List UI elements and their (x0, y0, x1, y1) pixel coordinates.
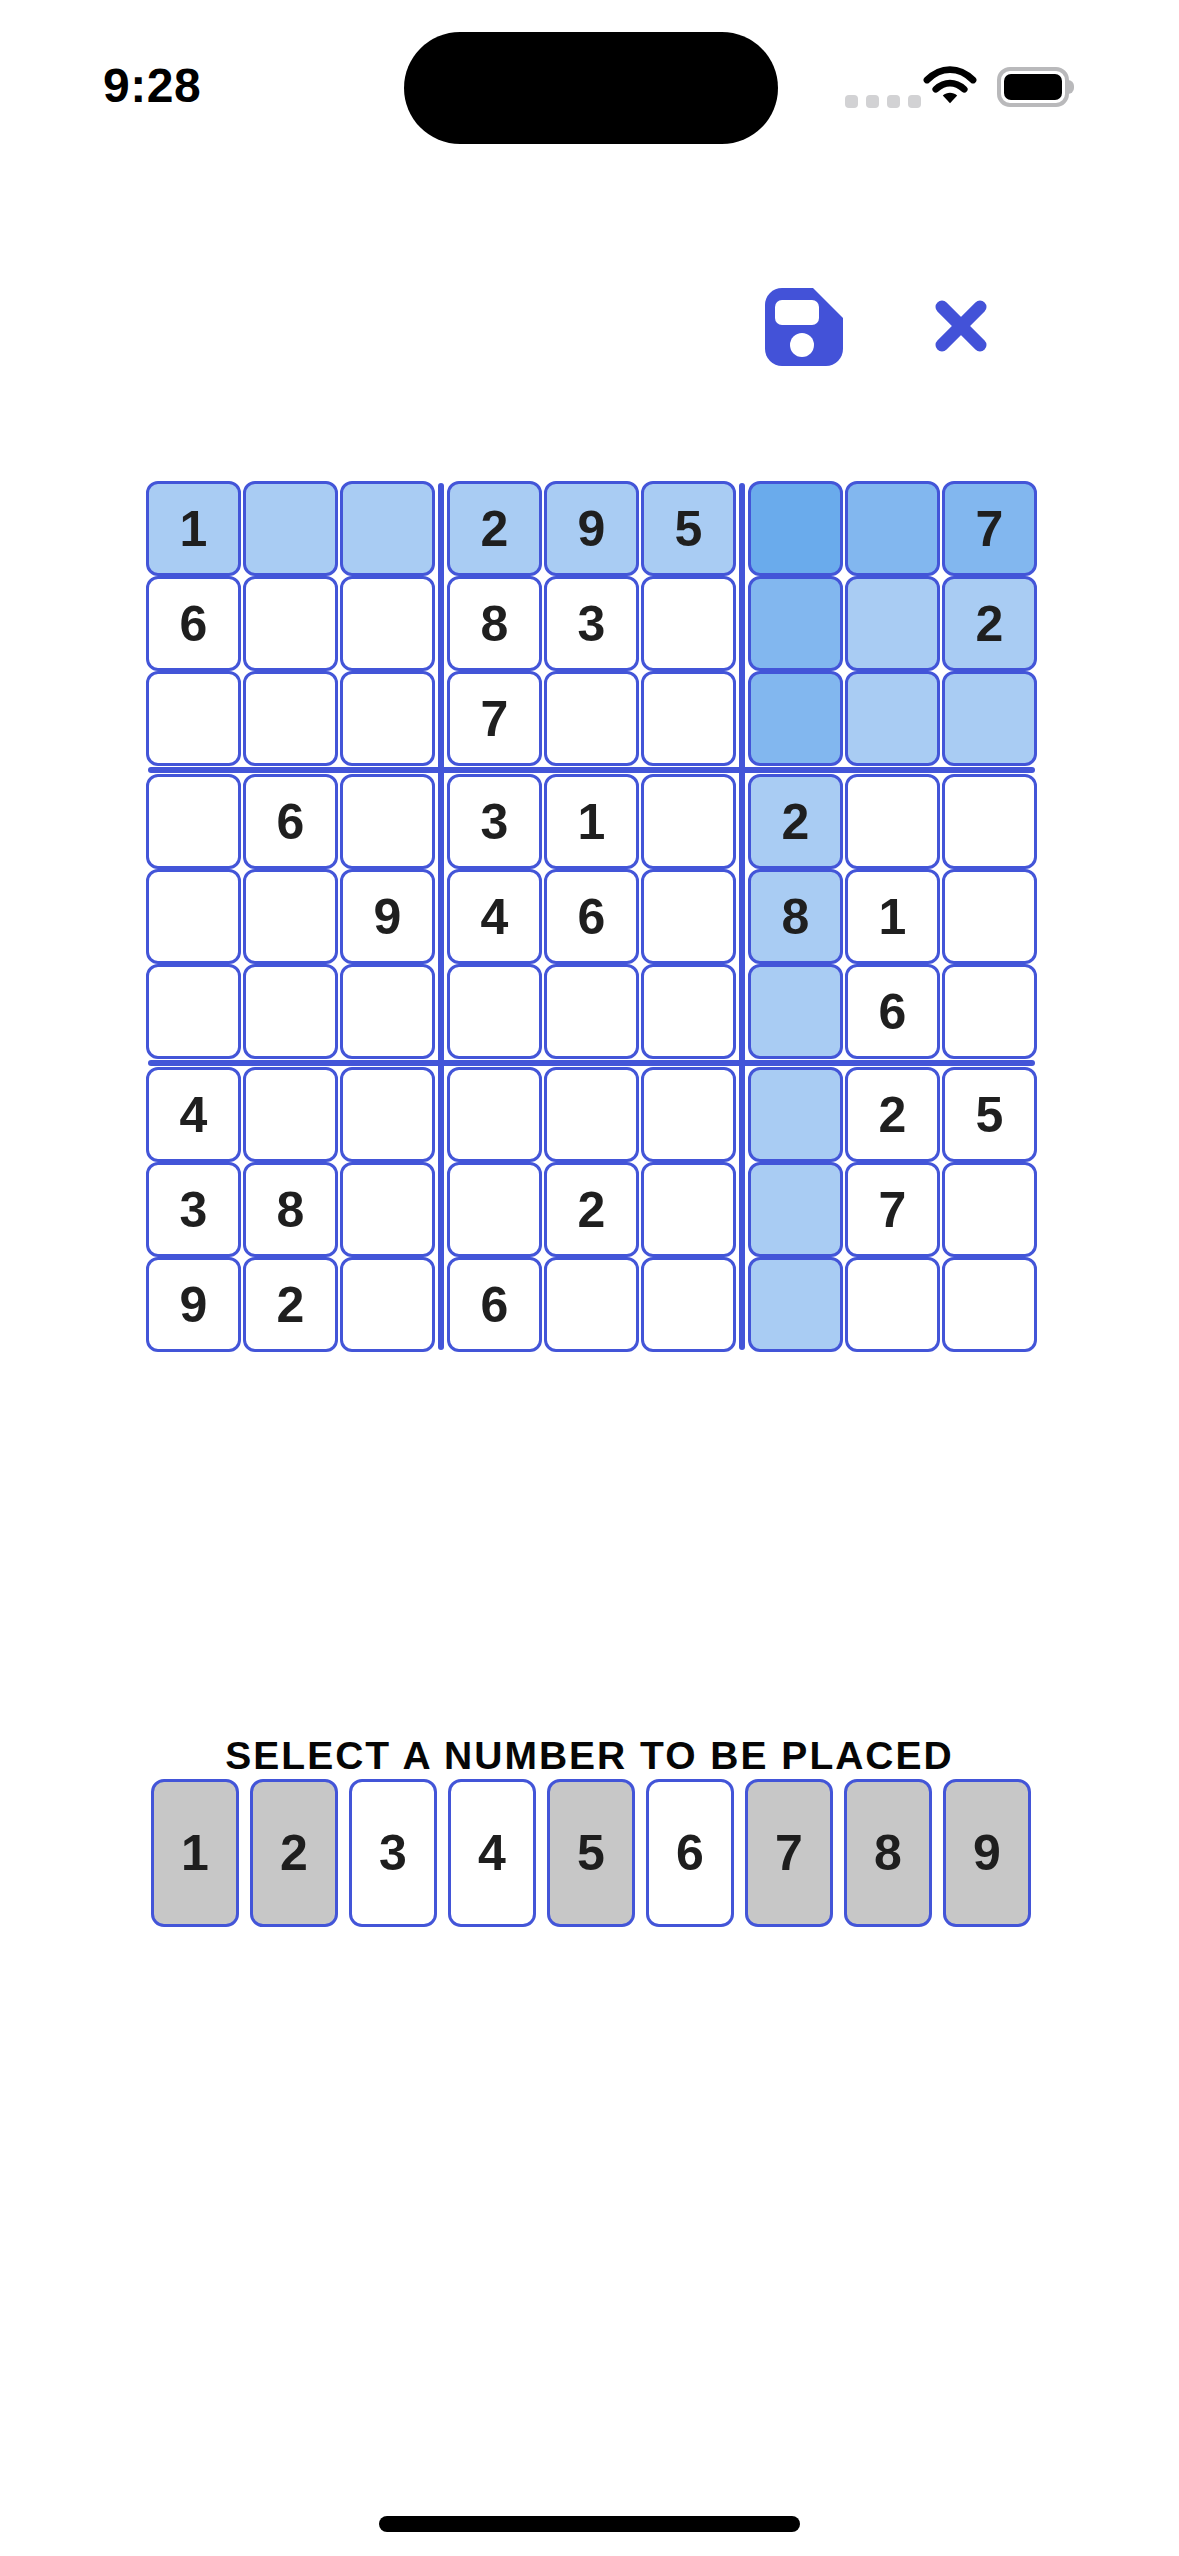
cell-r6c2[interactable] (243, 964, 338, 1059)
numpad-title: SELECT A NUMBER TO BE PLACED (0, 1734, 1179, 1778)
cell-r1c6[interactable]: 5 (641, 481, 736, 576)
wifi-icon (923, 66, 977, 110)
cell-r9c7[interactable] (748, 1257, 843, 1352)
cell-r7c8[interactable]: 2 (845, 1067, 940, 1162)
cell-r2c1[interactable]: 6 (146, 576, 241, 671)
cell-r4c8[interactable] (845, 774, 940, 869)
cell-r5c4[interactable]: 4 (447, 869, 542, 964)
close-x-icon (931, 343, 991, 358)
cellular-dots-icon (845, 95, 921, 108)
number-button-6[interactable]: 6 (646, 1779, 734, 1927)
cell-r6c5[interactable] (544, 964, 639, 1059)
cell-r6c4[interactable] (447, 964, 542, 1059)
number-button-5[interactable]: 5 (547, 1779, 635, 1927)
numpad-row: 123456789 (151, 1779, 1031, 1927)
number-button-2[interactable]: 2 (250, 1779, 338, 1927)
cell-r5c1[interactable] (146, 869, 241, 964)
number-button-9[interactable]: 9 (943, 1779, 1031, 1927)
cell-r4c7[interactable]: 2 (748, 774, 843, 869)
cell-r7c3[interactable] (340, 1067, 435, 1162)
cell-r8c8[interactable]: 7 (845, 1162, 940, 1257)
save-floppy-icon (765, 355, 843, 370)
cell-r8c6[interactable] (641, 1162, 736, 1257)
cell-r6c3[interactable] (340, 964, 435, 1059)
number-button-4[interactable]: 4 (448, 1779, 536, 1927)
number-button-7[interactable]: 7 (745, 1779, 833, 1927)
number-button-8[interactable]: 8 (844, 1779, 932, 1927)
cell-r1c2[interactable] (243, 481, 338, 576)
dynamic-island (404, 32, 778, 144)
cell-r3c7[interactable] (748, 671, 843, 766)
cell-r8c9[interactable] (942, 1162, 1037, 1257)
cell-r2c6[interactable] (641, 576, 736, 671)
cell-r9c8[interactable] (845, 1257, 940, 1352)
box-separator-horizontal-1 (148, 767, 1035, 773)
cell-r8c4[interactable] (447, 1162, 542, 1257)
cell-r8c1[interactable]: 3 (146, 1162, 241, 1257)
cell-r4c2[interactable]: 6 (243, 774, 338, 869)
cell-r5c2[interactable] (243, 869, 338, 964)
cell-r1c5[interactable]: 9 (544, 481, 639, 576)
cell-r4c6[interactable] (641, 774, 736, 869)
cell-r2c4[interactable]: 8 (447, 576, 542, 671)
home-indicator[interactable] (379, 2516, 800, 2532)
save-button[interactable] (765, 287, 843, 367)
cell-r4c4[interactable]: 3 (447, 774, 542, 869)
cell-r1c8[interactable] (845, 481, 940, 576)
cell-r4c9[interactable] (942, 774, 1037, 869)
cell-r9c1[interactable]: 9 (146, 1257, 241, 1352)
cell-r2c2[interactable] (243, 576, 338, 671)
cell-r3c4[interactable]: 7 (447, 671, 542, 766)
cell-r1c4[interactable]: 2 (447, 481, 542, 576)
cell-r1c9[interactable]: 7 (942, 481, 1037, 576)
cell-r2c5[interactable]: 3 (544, 576, 639, 671)
cell-r9c6[interactable] (641, 1257, 736, 1352)
cell-r8c5[interactable]: 2 (544, 1162, 639, 1257)
status-time: 9:28 (103, 58, 201, 113)
cell-r5c8[interactable]: 1 (845, 869, 940, 964)
close-button[interactable] (931, 295, 991, 355)
cell-r4c3[interactable] (340, 774, 435, 869)
cell-r1c1[interactable]: 1 (146, 481, 241, 576)
cell-r8c3[interactable] (340, 1162, 435, 1257)
cell-r6c8[interactable]: 6 (845, 964, 940, 1059)
cell-r1c7[interactable] (748, 481, 843, 576)
cell-r7c7[interactable] (748, 1067, 843, 1162)
number-button-1[interactable]: 1 (151, 1779, 239, 1927)
cell-r9c5[interactable] (544, 1257, 639, 1352)
cell-r3c6[interactable] (641, 671, 736, 766)
battery-icon (997, 67, 1073, 107)
cell-r5c7[interactable]: 8 (748, 869, 843, 964)
cell-r5c5[interactable]: 6 (544, 869, 639, 964)
cell-r7c2[interactable] (243, 1067, 338, 1162)
cell-r6c9[interactable] (942, 964, 1037, 1059)
box-separator-horizontal-2 (148, 1060, 1035, 1066)
cell-r5c6[interactable] (641, 869, 736, 964)
cell-r7c9[interactable]: 5 (942, 1067, 1037, 1162)
box-separator-vertical-2 (739, 483, 745, 1350)
cell-r3c5[interactable] (544, 671, 639, 766)
box-separator-vertical-1 (438, 483, 444, 1350)
number-button-3[interactable]: 3 (349, 1779, 437, 1927)
cell-r7c1[interactable]: 4 (146, 1067, 241, 1162)
cell-r2c9[interactable]: 2 (942, 576, 1037, 671)
cell-r9c9[interactable] (942, 1257, 1037, 1352)
cell-r4c5[interactable]: 1 (544, 774, 639, 869)
cell-r9c4[interactable]: 6 (447, 1257, 542, 1352)
sudoku-board: 129576832763129468164253827926 (146, 481, 1037, 1352)
cell-r7c6[interactable] (641, 1067, 736, 1162)
cell-r9c3[interactable] (340, 1257, 435, 1352)
cell-r3c9[interactable] (942, 671, 1037, 766)
cell-r3c3[interactable] (340, 671, 435, 766)
cell-r2c7[interactable] (748, 576, 843, 671)
cell-r3c2[interactable] (243, 671, 338, 766)
cell-r1c3[interactable] (340, 481, 435, 576)
cell-r8c7[interactable] (748, 1162, 843, 1257)
cell-r3c8[interactable] (845, 671, 940, 766)
cell-r8c2[interactable]: 8 (243, 1162, 338, 1257)
cell-r4c1[interactable] (146, 774, 241, 869)
cell-r5c3[interactable]: 9 (340, 869, 435, 964)
cell-r3c1[interactable] (146, 671, 241, 766)
cell-r7c5[interactable] (544, 1067, 639, 1162)
cell-r6c6[interactable] (641, 964, 736, 1059)
cell-r7c4[interactable] (447, 1067, 542, 1162)
cell-r9c2[interactable]: 2 (243, 1257, 338, 1352)
cell-r6c7[interactable] (748, 964, 843, 1059)
cell-r6c1[interactable] (146, 964, 241, 1059)
cell-r5c9[interactable] (942, 869, 1037, 964)
cell-r2c8[interactable] (845, 576, 940, 671)
cell-r2c3[interactable] (340, 576, 435, 671)
